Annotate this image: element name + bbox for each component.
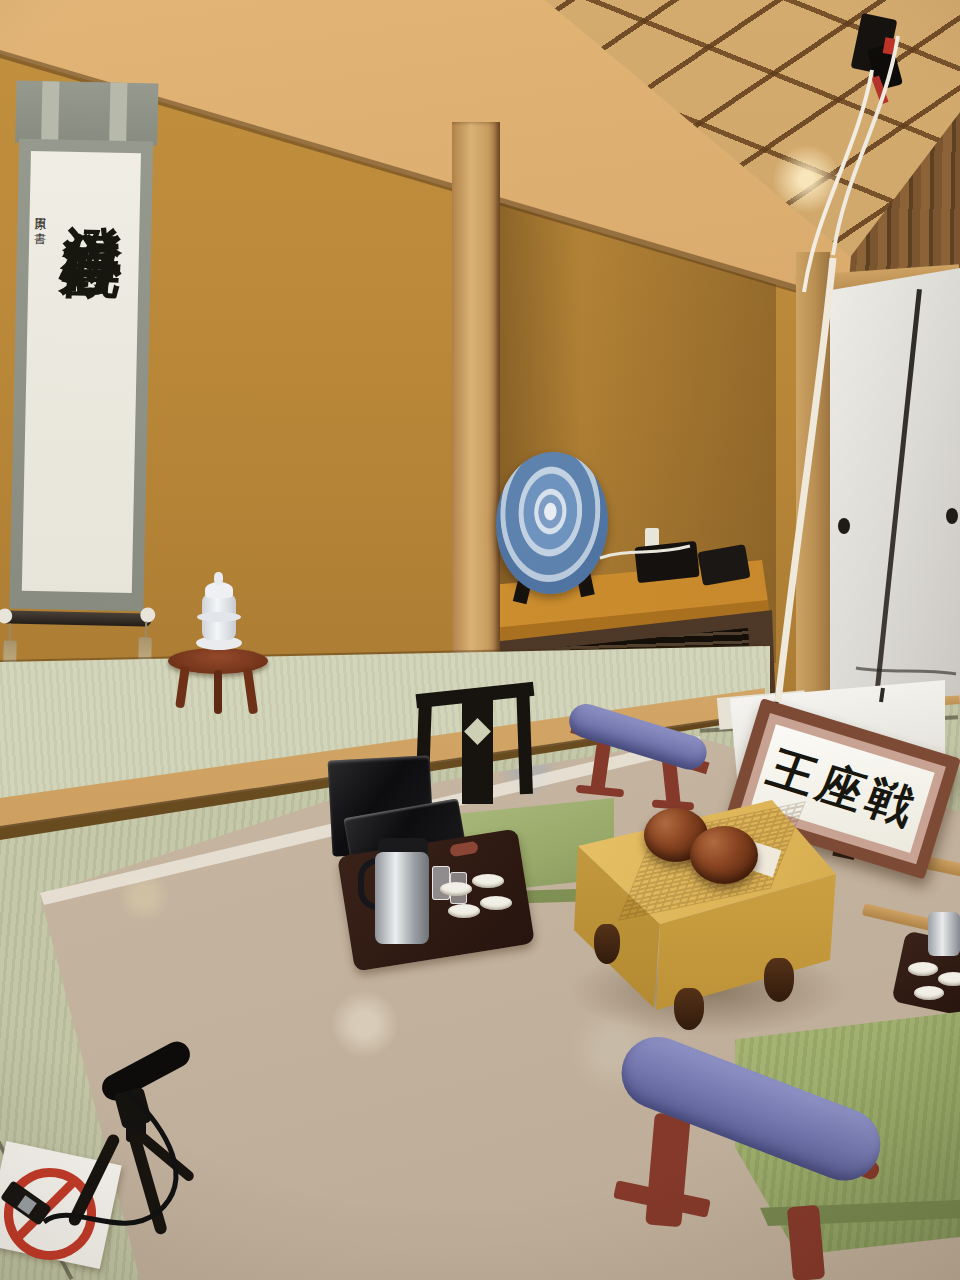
match-room-photo: 澄心得好観 原田…書 王座戦: [0, 0, 960, 1280]
photo-vignette: [0, 0, 960, 1280]
